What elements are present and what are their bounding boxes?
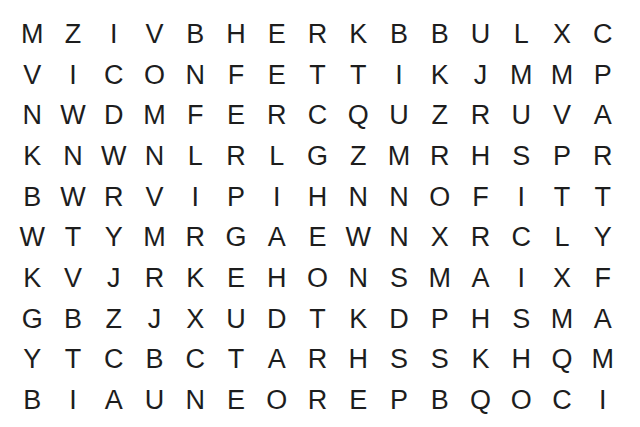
grid-cell-r7c8[interactable]: O bbox=[297, 258, 338, 299]
grid-cell-r1c6[interactable]: H bbox=[216, 14, 257, 55]
grid-cell-r1c12[interactable]: U bbox=[460, 14, 501, 55]
grid-cell-r9c2[interactable]: T bbox=[53, 340, 94, 381]
grid-cell-r1c9[interactable]: K bbox=[338, 14, 379, 55]
grid-cell-r2c6[interactable]: F bbox=[216, 55, 257, 96]
grid-cell-r3c1[interactable]: N bbox=[12, 95, 53, 136]
grid-cell-r8c1[interactable]: G bbox=[12, 299, 53, 340]
grid-cell-r2c5[interactable]: N bbox=[175, 55, 216, 96]
grid-cell-r7c5[interactable]: K bbox=[175, 258, 216, 299]
grid-cell-r4c3[interactable]: W bbox=[93, 136, 134, 177]
grid-cell-r2c8[interactable]: T bbox=[297, 55, 338, 96]
grid-cell-r8c5[interactable]: X bbox=[175, 299, 216, 340]
grid-cell-r6c9[interactable]: W bbox=[338, 218, 379, 259]
grid-cell-r9c4[interactable]: B bbox=[134, 340, 175, 381]
grid-cell-r6c7[interactable]: A bbox=[256, 218, 297, 259]
grid-cell-r9c7[interactable]: A bbox=[256, 340, 297, 381]
grid-cell-r9c6[interactable]: T bbox=[216, 340, 257, 381]
grid-cell-r6c14[interactable]: L bbox=[542, 218, 583, 259]
grid-cell-r2c12[interactable]: J bbox=[460, 55, 501, 96]
grid-cell-r3c7[interactable]: R bbox=[256, 95, 297, 136]
grid-cell-r9c5[interactable]: C bbox=[175, 340, 216, 381]
grid-cell-r3c6[interactable]: E bbox=[216, 95, 257, 136]
grid-cell-r4c4[interactable]: N bbox=[134, 136, 175, 177]
grid-cell-r4c10[interactable]: M bbox=[379, 136, 420, 177]
grid-cell-r3c2[interactable]: W bbox=[53, 95, 94, 136]
grid-cell-r2c9[interactable]: T bbox=[338, 55, 379, 96]
grid-cell-r8c6[interactable]: U bbox=[216, 299, 257, 340]
grid-cell-r6c13[interactable]: C bbox=[501, 218, 542, 259]
grid-cell-r2c3[interactable]: C bbox=[93, 55, 134, 96]
grid-cell-r1c8[interactable]: R bbox=[297, 14, 338, 55]
grid-cell-r5c10[interactable]: N bbox=[379, 177, 420, 218]
grid-cell-r8c4[interactable]: J bbox=[134, 299, 175, 340]
grid-cell-r7c1[interactable]: K bbox=[12, 258, 53, 299]
grid-cell-r9c12[interactable]: K bbox=[460, 340, 501, 381]
grid-cell-r10c13[interactable]: O bbox=[501, 380, 542, 421]
grid-cell-r9c14[interactable]: Q bbox=[542, 340, 583, 381]
grid-cell-r3c9[interactable]: Q bbox=[338, 95, 379, 136]
grid-cell-r4c1[interactable]: K bbox=[12, 136, 53, 177]
grid-cell-r10c2[interactable]: I bbox=[53, 380, 94, 421]
grid-cell-r1c11[interactable]: B bbox=[419, 14, 460, 55]
grid-cell-r1c15[interactable]: C bbox=[582, 14, 623, 55]
grid-cell-r7c13[interactable]: I bbox=[501, 258, 542, 299]
grid-cell-r9c13[interactable]: H bbox=[501, 340, 542, 381]
grid-cell-r8c3[interactable]: Z bbox=[93, 299, 134, 340]
grid-cell-r3c4[interactable]: M bbox=[134, 95, 175, 136]
grid-cell-r9c8[interactable]: R bbox=[297, 340, 338, 381]
grid-cell-r9c15[interactable]: M bbox=[582, 340, 623, 381]
grid-cell-r4c2[interactable]: N bbox=[53, 136, 94, 177]
grid-cell-r2c2[interactable]: I bbox=[53, 55, 94, 96]
grid-cell-r1c5[interactable]: B bbox=[175, 14, 216, 55]
grid-cell-r3c8[interactable]: C bbox=[297, 95, 338, 136]
grid-cell-r10c15[interactable]: I bbox=[582, 380, 623, 421]
grid-cell-r3c11[interactable]: Z bbox=[419, 95, 460, 136]
word-search-grid: MZIVBHERKBBULXCVICONFETTIKJMMPNWDMFERCQU… bbox=[12, 14, 623, 421]
grid-cell-r7c2[interactable]: V bbox=[53, 258, 94, 299]
grid-cell-r6c3[interactable]: Y bbox=[93, 218, 134, 259]
grid-cell-r7c15[interactable]: F bbox=[582, 258, 623, 299]
grid-cell-r5c1[interactable]: B bbox=[12, 177, 53, 218]
grid-cell-r3c15[interactable]: A bbox=[582, 95, 623, 136]
grid-cell-r1c3[interactable]: I bbox=[93, 14, 134, 55]
grid-cell-r8c7[interactable]: D bbox=[256, 299, 297, 340]
grid-cell-r10c5[interactable]: N bbox=[175, 380, 216, 421]
grid-cell-r2c13[interactable]: M bbox=[501, 55, 542, 96]
grid-cell-r5c15[interactable]: T bbox=[582, 177, 623, 218]
grid-cell-r4c14[interactable]: P bbox=[542, 136, 583, 177]
grid-cell-r7c11[interactable]: M bbox=[419, 258, 460, 299]
grid-cell-r10c11[interactable]: B bbox=[419, 380, 460, 421]
grid-cell-r8c12[interactable]: H bbox=[460, 299, 501, 340]
grid-cell-r7c3[interactable]: J bbox=[93, 258, 134, 299]
grid-cell-r10c9[interactable]: E bbox=[338, 380, 379, 421]
grid-cell-r10c4[interactable]: U bbox=[134, 380, 175, 421]
grid-cell-r5c14[interactable]: T bbox=[542, 177, 583, 218]
grid-cell-r5c8[interactable]: H bbox=[297, 177, 338, 218]
grid-cell-r4c9[interactable]: Z bbox=[338, 136, 379, 177]
grid-cell-r1c10[interactable]: B bbox=[379, 14, 420, 55]
grid-cell-r10c3[interactable]: A bbox=[93, 380, 134, 421]
grid-cell-r6c11[interactable]: X bbox=[419, 218, 460, 259]
grid-cell-r10c10[interactable]: P bbox=[379, 380, 420, 421]
grid-cell-r5c9[interactable]: N bbox=[338, 177, 379, 218]
grid-cell-r4c5[interactable]: L bbox=[175, 136, 216, 177]
grid-cell-r6c1[interactable]: W bbox=[12, 218, 53, 259]
grid-cell-r5c3[interactable]: R bbox=[93, 177, 134, 218]
grid-cell-r2c11[interactable]: K bbox=[419, 55, 460, 96]
grid-cell-r4c13[interactable]: S bbox=[501, 136, 542, 177]
grid-cell-r8c10[interactable]: D bbox=[379, 299, 420, 340]
grid-cell-r8c2[interactable]: B bbox=[53, 299, 94, 340]
grid-cell-r10c14[interactable]: C bbox=[542, 380, 583, 421]
grid-cell-r10c7[interactable]: O bbox=[256, 380, 297, 421]
grid-cell-r3c5[interactable]: F bbox=[175, 95, 216, 136]
grid-cell-r1c14[interactable]: X bbox=[542, 14, 583, 55]
grid-cell-r2c14[interactable]: M bbox=[542, 55, 583, 96]
grid-cell-r3c10[interactable]: U bbox=[379, 95, 420, 136]
grid-cell-r6c2[interactable]: T bbox=[53, 218, 94, 259]
grid-cell-r6c8[interactable]: E bbox=[297, 218, 338, 259]
grid-cell-r5c11[interactable]: O bbox=[419, 177, 460, 218]
grid-cell-r10c6[interactable]: E bbox=[216, 380, 257, 421]
grid-cell-r6c15[interactable]: Y bbox=[582, 218, 623, 259]
grid-cell-r4c8[interactable]: G bbox=[297, 136, 338, 177]
grid-cell-r10c8[interactable]: R bbox=[297, 380, 338, 421]
grid-cell-r8c9[interactable]: K bbox=[338, 299, 379, 340]
grid-cell-r1c1[interactable]: M bbox=[12, 14, 53, 55]
grid-cell-r1c2[interactable]: Z bbox=[53, 14, 94, 55]
grid-cell-r3c13[interactable]: U bbox=[501, 95, 542, 136]
grid-cell-r7c10[interactable]: S bbox=[379, 258, 420, 299]
grid-cell-r4c6[interactable]: R bbox=[216, 136, 257, 177]
grid-cell-r5c6[interactable]: P bbox=[216, 177, 257, 218]
grid-cell-r7c6[interactable]: E bbox=[216, 258, 257, 299]
grid-cell-r6c6[interactable]: G bbox=[216, 218, 257, 259]
grid-cell-r2c15[interactable]: P bbox=[582, 55, 623, 96]
grid-cell-r9c9[interactable]: H bbox=[338, 340, 379, 381]
grid-cell-r7c4[interactable]: R bbox=[134, 258, 175, 299]
grid-cell-r5c13[interactable]: I bbox=[501, 177, 542, 218]
grid-cell-r8c14[interactable]: M bbox=[542, 299, 583, 340]
grid-cell-r6c5[interactable]: R bbox=[175, 218, 216, 259]
grid-cell-r8c8[interactable]: T bbox=[297, 299, 338, 340]
grid-cell-r5c7[interactable]: I bbox=[256, 177, 297, 218]
grid-cell-r9c1[interactable]: Y bbox=[12, 340, 53, 381]
grid-cell-r7c12[interactable]: A bbox=[460, 258, 501, 299]
grid-cell-r3c12[interactable]: R bbox=[460, 95, 501, 136]
grid-cell-r6c12[interactable]: R bbox=[460, 218, 501, 259]
grid-cell-r4c7[interactable]: L bbox=[256, 136, 297, 177]
grid-cell-r2c7[interactable]: E bbox=[256, 55, 297, 96]
grid-cell-r5c12[interactable]: F bbox=[460, 177, 501, 218]
grid-cell-r2c1[interactable]: V bbox=[12, 55, 53, 96]
grid-cell-r7c9[interactable]: N bbox=[338, 258, 379, 299]
grid-cell-r8c15[interactable]: A bbox=[582, 299, 623, 340]
grid-cell-r5c4[interactable]: V bbox=[134, 177, 175, 218]
grid-cell-r2c4[interactable]: O bbox=[134, 55, 175, 96]
grid-cell-r8c13[interactable]: S bbox=[501, 299, 542, 340]
grid-cell-r1c13[interactable]: L bbox=[501, 14, 542, 55]
grid-cell-r6c10[interactable]: N bbox=[379, 218, 420, 259]
grid-cell-r10c1[interactable]: B bbox=[12, 380, 53, 421]
grid-cell-r1c4[interactable]: V bbox=[134, 14, 175, 55]
grid-cell-r1c7[interactable]: E bbox=[256, 14, 297, 55]
grid-cell-r4c15[interactable]: R bbox=[582, 136, 623, 177]
grid-cell-r10c12[interactable]: Q bbox=[460, 380, 501, 421]
grid-cell-r3c14[interactable]: V bbox=[542, 95, 583, 136]
grid-cell-r9c11[interactable]: S bbox=[419, 340, 460, 381]
grid-cell-r2c10[interactable]: I bbox=[379, 55, 420, 96]
grid-cell-r6c4[interactable]: M bbox=[134, 218, 175, 259]
grid-cell-r4c11[interactable]: R bbox=[419, 136, 460, 177]
grid-cell-r9c3[interactable]: C bbox=[93, 340, 134, 381]
grid-cell-r5c2[interactable]: W bbox=[53, 177, 94, 218]
grid-cell-r7c7[interactable]: H bbox=[256, 258, 297, 299]
grid-cell-r9c10[interactable]: S bbox=[379, 340, 420, 381]
grid-cell-r7c14[interactable]: X bbox=[542, 258, 583, 299]
grid-cell-r3c3[interactable]: D bbox=[93, 95, 134, 136]
grid-cell-r8c11[interactable]: P bbox=[419, 299, 460, 340]
grid-cell-r5c5[interactable]: I bbox=[175, 177, 216, 218]
grid-cell-r4c12[interactable]: H bbox=[460, 136, 501, 177]
